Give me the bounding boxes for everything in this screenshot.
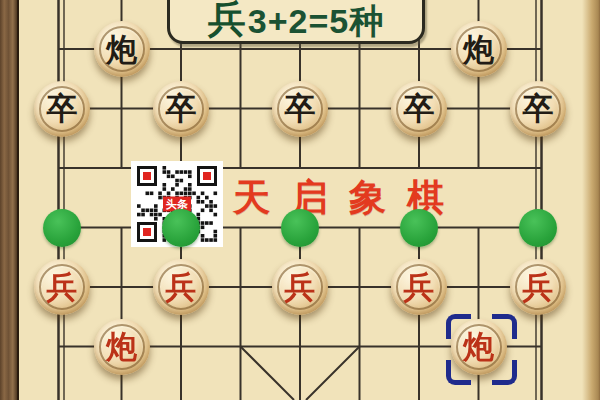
piece-glyph: 卒 <box>523 93 554 124</box>
lesson-banner: 兵 3+2=5种 <box>167 0 425 44</box>
piece-glyph: 兵 <box>404 272 435 303</box>
piece-black-soldier[interactable]: 卒 <box>510 81 566 137</box>
piece-glyph: 炮 <box>463 331 494 362</box>
piece-black-soldier[interactable]: 卒 <box>153 81 209 137</box>
move-hint-dot[interactable] <box>400 209 438 247</box>
river-brand-text: 天启象棋 <box>233 179 465 216</box>
piece-red-soldier[interactable]: 兵 <box>510 259 566 315</box>
selection-bracket-br <box>492 360 517 385</box>
piece-black-soldier[interactable]: 卒 <box>34 81 90 137</box>
piece-glyph: 兵 <box>285 272 316 303</box>
xiangqi-board-screen: 头条 天启象棋 炮炮卒卒卒卒卒兵兵兵兵兵炮炮 兵 3+2=5种 <box>0 0 600 400</box>
piece-glyph: 炮 <box>106 331 137 362</box>
move-hint-dot[interactable] <box>519 209 557 247</box>
piece-glyph: 兵 <box>47 272 78 303</box>
banner-piece-char: 兵 <box>208 0 246 38</box>
move-hint-dot[interactable] <box>43 209 81 247</box>
piece-glyph: 炮 <box>463 34 494 65</box>
piece-black-soldier[interactable]: 卒 <box>272 81 328 137</box>
piece-glyph: 卒 <box>166 93 197 124</box>
piece-black-soldier[interactable]: 卒 <box>391 81 447 137</box>
piece-red-soldier[interactable]: 兵 <box>34 259 90 315</box>
piece-black-cannon[interactable]: 炮 <box>94 21 150 77</box>
move-hint-dot[interactable] <box>281 209 319 247</box>
selection-bracket-tr <box>492 314 517 339</box>
piece-glyph: 卒 <box>404 93 435 124</box>
banner-formula: 3+2=5种 <box>248 4 384 38</box>
piece-black-cannon[interactable]: 炮 <box>451 21 507 77</box>
piece-glyph: 兵 <box>523 272 554 303</box>
wood-frame-left <box>0 0 19 400</box>
piece-glyph: 兵 <box>166 272 197 303</box>
piece-red-soldier[interactable]: 兵 <box>272 259 328 315</box>
piece-glyph: 卒 <box>285 93 316 124</box>
move-hint-dot[interactable] <box>162 209 200 247</box>
piece-red-soldier[interactable]: 兵 <box>153 259 209 315</box>
board-right-edge <box>582 0 600 400</box>
piece-glyph: 卒 <box>47 93 78 124</box>
piece-red-cannon[interactable]: 炮 <box>94 319 150 375</box>
piece-glyph: 炮 <box>106 34 137 65</box>
piece-red-soldier[interactable]: 兵 <box>391 259 447 315</box>
